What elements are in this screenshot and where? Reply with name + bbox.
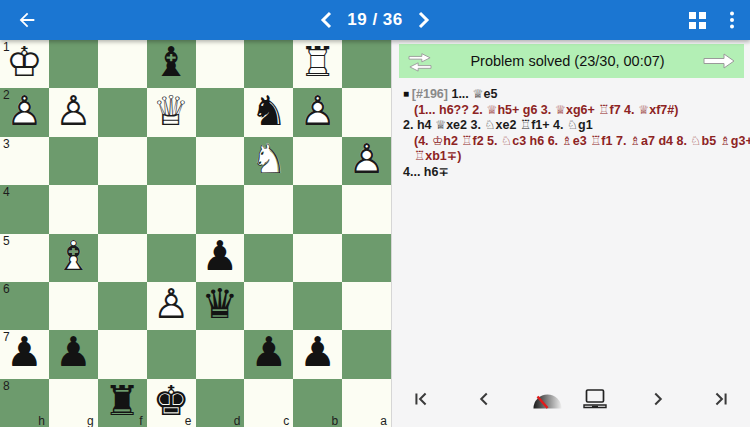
white-pawn: ♟♙ xyxy=(147,282,196,330)
square-d2[interactable] xyxy=(196,88,245,136)
square-c7[interactable]: ♟ xyxy=(244,330,293,378)
move-text-var: (4. ♔h2 ♖f2 5. ♘c3 h6 6. ♗e3 ♖f1 7. ♗a7 … xyxy=(414,134,750,148)
rank-label: 3 xyxy=(3,137,10,151)
black-knight: ♞ xyxy=(244,88,293,136)
square-h5[interactable]: 5 xyxy=(0,234,49,282)
square-d6[interactable]: ♛ xyxy=(196,282,245,330)
square-g1[interactable] xyxy=(49,40,98,88)
black-queen: ♛ xyxy=(196,282,245,330)
square-b6[interactable] xyxy=(293,282,342,330)
move-line[interactable]: (4. ♔h2 ♖f2 5. ♘c3 h6 6. ♗e3 ♖f1 7. ♗a7 … xyxy=(403,134,744,150)
chess-board[interactable]: 1♚♔♝♜♖2♟♙♟♙♛♕♞♟♙3♞♘♟♙45♝♗♟6♟♙♛7♟♟♟♟8hgf♜… xyxy=(0,40,391,427)
square-e3[interactable] xyxy=(147,137,196,185)
next-solved-arrow-icon[interactable] xyxy=(700,46,738,76)
square-g3[interactable] xyxy=(49,137,98,185)
square-a5[interactable] xyxy=(342,234,391,282)
square-c3[interactable]: ♞♘ xyxy=(244,137,293,185)
square-h1[interactable]: 1♚♔ xyxy=(0,40,49,88)
file-label: a xyxy=(380,414,387,427)
rank-label: 4 xyxy=(3,185,10,199)
square-b3[interactable] xyxy=(293,137,342,185)
engine-gauge-icon[interactable] xyxy=(531,383,563,415)
square-c6[interactable] xyxy=(244,282,293,330)
square-a8[interactable]: a xyxy=(342,379,391,427)
square-f1[interactable] xyxy=(98,40,147,88)
square-e7[interactable] xyxy=(147,330,196,378)
move-text-bullet: ■ xyxy=(403,88,412,99)
move-line[interactable]: ■ [#196] 1... ♕e5 xyxy=(403,86,744,103)
square-a1[interactable] xyxy=(342,40,391,88)
file-label: d xyxy=(234,414,241,427)
prev-move-icon[interactable] xyxy=(468,383,500,415)
rank-label: 7 xyxy=(3,330,10,344)
next-problem-chevron-icon[interactable] xyxy=(416,11,434,29)
white-pawn: ♟♙ xyxy=(293,88,342,136)
black-bishop: ♝ xyxy=(147,40,196,88)
white-knight: ♞♘ xyxy=(244,137,293,185)
square-c8[interactable]: c xyxy=(244,379,293,427)
move-line[interactable]: 4... h6∓ xyxy=(403,165,744,181)
move-line[interactable]: (1... h6?? 2. ♕h5+ g6 3. ♕xg6+ ♖f7 4. ♕x… xyxy=(403,103,744,119)
move-line[interactable]: ♖xb1∓) xyxy=(403,149,744,165)
rank-label: 5 xyxy=(3,234,10,248)
status-bar: Problem solved (23/30, 00:07) xyxy=(399,44,744,78)
square-b4[interactable] xyxy=(293,185,342,233)
black-pawn: ♟ xyxy=(196,234,245,282)
square-d8[interactable]: d xyxy=(196,379,245,427)
square-f3[interactable] xyxy=(98,137,147,185)
file-label: c xyxy=(283,414,289,427)
rank-label: 8 xyxy=(3,379,10,393)
square-a2[interactable] xyxy=(342,88,391,136)
square-g8[interactable]: g xyxy=(49,379,98,427)
prev-problem-chevron-icon[interactable] xyxy=(316,11,334,29)
square-f2[interactable] xyxy=(98,88,147,136)
square-e4[interactable] xyxy=(147,185,196,233)
file-label: b xyxy=(331,414,338,427)
square-g4[interactable] xyxy=(49,185,98,233)
square-b7[interactable]: ♟ xyxy=(293,330,342,378)
white-queen: ♛♕ xyxy=(147,88,196,136)
computer-play-icon[interactable] xyxy=(579,383,611,415)
square-c4[interactable] xyxy=(244,185,293,233)
square-d1[interactable] xyxy=(196,40,245,88)
rank-label: 6 xyxy=(3,282,10,296)
square-g7[interactable]: ♟ xyxy=(49,330,98,378)
white-pawn: ♟♙ xyxy=(342,137,391,185)
square-e1[interactable]: ♝ xyxy=(147,40,196,88)
square-h3[interactable]: 3 xyxy=(0,137,49,185)
square-d3[interactable] xyxy=(196,137,245,185)
square-d7[interactable] xyxy=(196,330,245,378)
status-text: Problem solved (23/30, 00:07) xyxy=(435,53,700,69)
move-line[interactable]: 2. h4 ♕xe2 3. ♘xe2 ♖f1+ 4. ♘g1 xyxy=(403,118,744,134)
rank-label: 1 xyxy=(3,40,10,54)
move-text-main: 2. h4 ♕xe2 3. ♘xe2 ♖f1+ 4. ♘g1 xyxy=(403,118,593,132)
square-e2[interactable]: ♛♕ xyxy=(147,88,196,136)
square-a3[interactable]: ♟♙ xyxy=(342,137,391,185)
square-h6[interactable]: 6 xyxy=(0,282,49,330)
square-a7[interactable] xyxy=(342,330,391,378)
square-h7[interactable]: 7♟ xyxy=(0,330,49,378)
move-text-var: (1... h6?? 2. ♕h5+ g6 3. ♕xg6+ ♖f7 4. ♕x… xyxy=(414,103,678,117)
last-move-icon[interactable] xyxy=(705,383,737,415)
move-text-var: ♖xb1∓) xyxy=(414,149,461,163)
square-d5[interactable]: ♟ xyxy=(196,234,245,282)
square-h2[interactable]: 2♟♙ xyxy=(0,88,49,136)
square-f5[interactable] xyxy=(98,234,147,282)
square-c5[interactable] xyxy=(244,234,293,282)
file-label: e xyxy=(185,414,192,427)
move-list: ■ [#196] 1... ♕e5(1... h6?? 2. ♕h5+ g6 3… xyxy=(392,80,750,180)
square-f7[interactable] xyxy=(98,330,147,378)
square-g2[interactable]: ♟♙ xyxy=(49,88,98,136)
problem-counter: 19 / 36 xyxy=(347,10,403,30)
square-h4[interactable]: 4 xyxy=(0,185,49,233)
black-pawn: ♟ xyxy=(293,330,342,378)
square-b8[interactable]: b xyxy=(293,379,342,427)
white-rook: ♜♖ xyxy=(293,40,342,88)
file-label: g xyxy=(87,414,94,427)
square-c1[interactable] xyxy=(244,40,293,88)
square-g6[interactable] xyxy=(49,282,98,330)
white-pawn: ♟♙ xyxy=(49,88,98,136)
square-b2[interactable]: ♟♙ xyxy=(293,88,342,136)
app-bar: 19 / 36 xyxy=(0,0,750,40)
file-label: f xyxy=(139,414,142,427)
square-d4[interactable] xyxy=(196,185,245,233)
square-c2[interactable]: ♞ xyxy=(244,88,293,136)
black-pawn: ♟ xyxy=(244,330,293,378)
white-bishop: ♝♗ xyxy=(49,234,98,282)
move-text-ref: [#196] xyxy=(412,87,452,101)
rank-label: 2 xyxy=(3,88,10,102)
square-e6[interactable]: ♟♙ xyxy=(147,282,196,330)
square-b5[interactable] xyxy=(293,234,342,282)
square-g5[interactable]: ♝♗ xyxy=(49,234,98,282)
square-f6[interactable] xyxy=(98,282,147,330)
square-b1[interactable]: ♜♖ xyxy=(293,40,342,88)
next-move-icon[interactable] xyxy=(642,383,674,415)
black-pawn: ♟ xyxy=(49,330,98,378)
square-e8[interactable]: e♚ xyxy=(147,379,196,427)
analysis-panel: Problem solved (23/30, 00:07) ■ [#196] 1… xyxy=(391,40,750,427)
square-e5[interactable] xyxy=(147,234,196,282)
move-text-main: 1... ♕e5 xyxy=(451,87,497,101)
square-a6[interactable] xyxy=(342,282,391,330)
square-f8[interactable]: f♜ xyxy=(98,379,147,427)
first-move-icon[interactable] xyxy=(405,383,437,415)
swap-sides-icon[interactable] xyxy=(405,46,435,76)
square-h8[interactable]: 8h xyxy=(0,379,49,427)
file-label: h xyxy=(38,414,45,427)
move-text-main: 4... h6∓ xyxy=(403,165,449,179)
square-f4[interactable] xyxy=(98,185,147,233)
square-a4[interactable] xyxy=(342,185,391,233)
move-nav-bar xyxy=(392,371,750,427)
